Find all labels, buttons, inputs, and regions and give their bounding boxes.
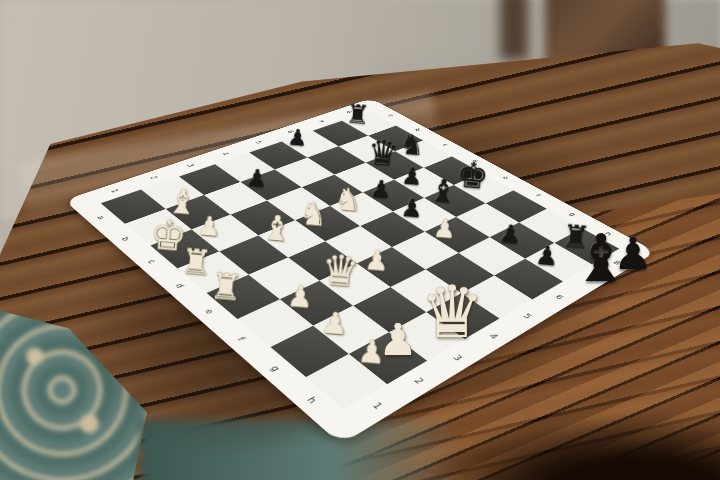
- offboard-piece-black-P: ♟: [613, 232, 652, 276]
- piece-white-P-f4: ♟: [364, 246, 390, 275]
- piece-black-P-d7: ♟: [401, 164, 424, 189]
- offboard-piece-white-Q: ♛: [420, 276, 485, 348]
- piece-black-P-e6: ♟: [400, 195, 424, 221]
- piece-black-P-d6: ♟: [369, 176, 392, 202]
- background-cabinet-leg: [500, 0, 528, 60]
- piece-white-P-g2: ♟: [320, 308, 349, 340]
- photo-canvas: ♜♞♚♜♛♟♝♟♟♟♟♟♟♞♟♞♟♝♛♝♟♟♟♟♚♜♜ aabbccddeeff…: [0, 0, 720, 480]
- piece-black-P-b4: ♟: [245, 165, 268, 191]
- piece-white-R-d1: ♜: [179, 244, 213, 281]
- piece-black-P-g7: ♟: [498, 221, 523, 248]
- piece-white-N-d4: ♞: [298, 197, 329, 231]
- square-f6: ♟: [425, 217, 490, 253]
- piece-white-P-f2: ♟: [286, 281, 314, 312]
- piece-white-Q-f3: ♛: [320, 248, 361, 293]
- piece-black-B-e7: ♝: [428, 174, 459, 208]
- piece-white-R-e1: ♜: [209, 268, 244, 306]
- offboard-piece-white-P: ♟: [378, 318, 417, 362]
- piece-white-N-d5: ♞: [333, 183, 363, 216]
- piece-black-P-h7: ♟: [534, 242, 560, 270]
- piece-white-B-d3: ♝: [260, 210, 294, 247]
- under-table-shadow: [430, 415, 720, 480]
- piece-white-P-c2: ♟: [196, 212, 222, 240]
- piece-white-P-f6: ♟: [432, 215, 457, 242]
- piece-black-Q-c7: ♛: [366, 135, 400, 172]
